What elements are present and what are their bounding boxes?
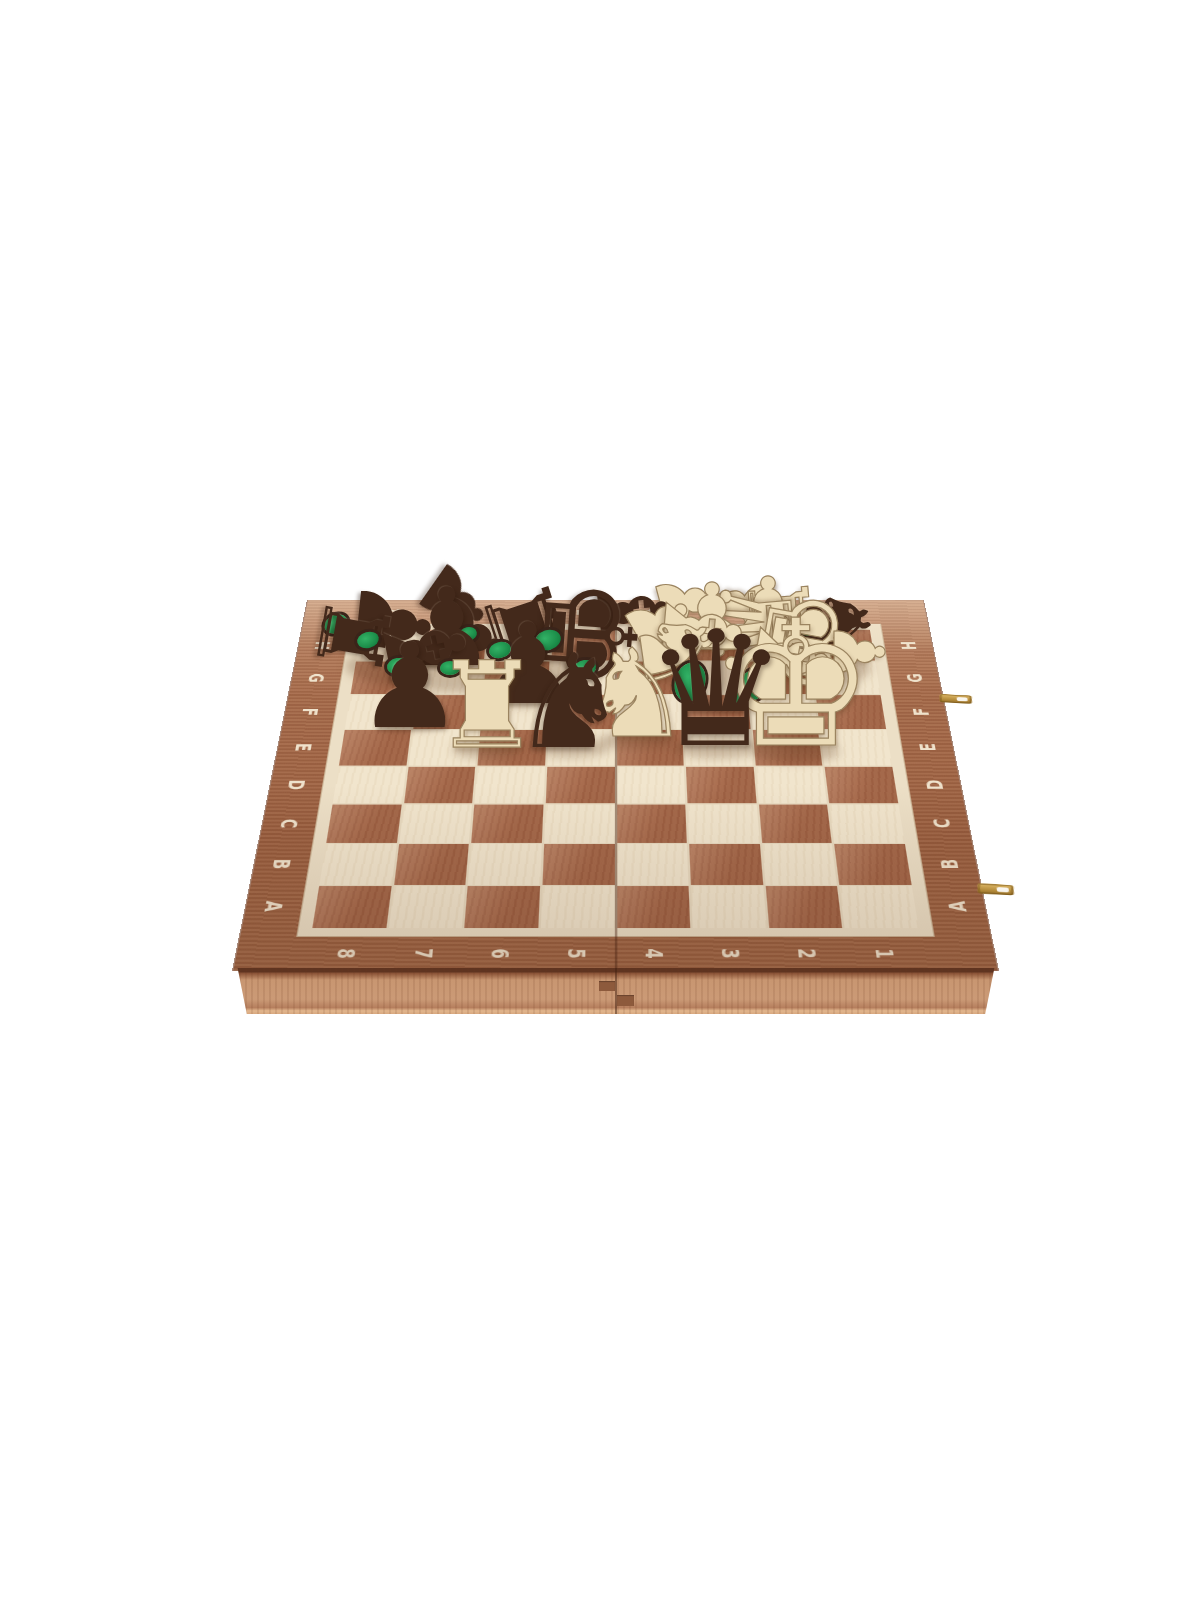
square-c3[interactable] — [688, 804, 760, 842]
coordinate-cell: 8 — [305, 937, 387, 971]
square-a6[interactable] — [465, 886, 540, 928]
square-b1[interactable] — [835, 844, 912, 884]
coordinate-label: 1 — [871, 948, 897, 958]
coordinate-label: 2 — [795, 948, 821, 958]
coordinate-label: D — [922, 780, 946, 790]
clasp-hole — [957, 697, 968, 701]
square-b8[interactable] — [319, 844, 396, 884]
square-b4[interactable] — [617, 844, 689, 884]
coordinate-label: G — [305, 674, 328, 683]
coordinate-label: F — [909, 708, 932, 716]
coordinate-cell: D — [905, 766, 964, 804]
square-c7[interactable] — [399, 804, 472, 842]
square-a2[interactable] — [765, 886, 842, 928]
coordinate-label: 7 — [411, 948, 437, 958]
square-b5[interactable] — [542, 844, 614, 884]
coordinate-label: 8 — [333, 948, 359, 958]
coordinate-label: B — [269, 859, 294, 869]
coordinate-cell: 2 — [768, 937, 848, 971]
finger-joint — [599, 981, 615, 991]
clasp-hole — [997, 887, 1009, 892]
square-c6[interactable] — [471, 804, 543, 842]
coordinate-cell: E — [899, 730, 956, 766]
coordinate-cell: C — [912, 804, 972, 844]
coordinate-label: C — [929, 819, 954, 828]
square-c4[interactable] — [617, 804, 687, 842]
square-c2[interactable] — [759, 804, 832, 842]
coordinate-cell: B — [919, 843, 981, 884]
coordinate-cell: A — [242, 885, 305, 928]
coordinate-label: H — [897, 641, 919, 650]
square-c1[interactable] — [830, 804, 905, 842]
coordinate-label: 4 — [642, 948, 667, 958]
coordinate-cell: 6 — [460, 937, 539, 971]
coordinate-label: A — [261, 901, 287, 912]
coordinate-label: A — [944, 901, 970, 912]
coordinate-cell: 7 — [383, 937, 463, 971]
square-a8[interactable] — [312, 886, 391, 928]
coordinate-cell: 4 — [616, 937, 694, 971]
square-d8[interactable] — [333, 766, 406, 803]
board-front-side-panel — [233, 968, 999, 1014]
square-b6[interactable] — [468, 844, 542, 884]
brass-clasp — [940, 694, 972, 704]
brass-clasp — [978, 883, 1014, 895]
coordinate-label: C — [277, 819, 302, 828]
coordinate-cell: 3 — [692, 937, 771, 971]
square-c5[interactable] — [544, 804, 614, 842]
square-a3[interactable] — [691, 886, 766, 928]
square-a4[interactable] — [617, 886, 691, 928]
coordinate-label: B — [937, 859, 962, 869]
coordinate-cell: B — [251, 843, 313, 884]
square-b2[interactable] — [762, 844, 837, 884]
coordinate-cell: E — [275, 730, 332, 766]
coordinate-label: 5 — [565, 948, 590, 958]
coordinate-label: 3 — [718, 948, 743, 958]
square-a7[interactable] — [388, 886, 465, 928]
square-a5[interactable] — [541, 886, 615, 928]
coordinate-label: G — [903, 674, 926, 683]
chess-piece-light-rook-standing[interactable]: ♜ — [433, 646, 541, 766]
coordinate-label: 6 — [488, 948, 513, 958]
square-b7[interactable] — [394, 844, 469, 884]
coordinate-label: D — [284, 780, 308, 790]
coordinate-label: E — [916, 744, 939, 752]
square-b3[interactable] — [689, 844, 763, 884]
product-photo-chess-set: 87654321 HGFEDCBA HGFEDCBA 87654321 ♟♟♟♞… — [0, 0, 1200, 1600]
coordinate-cell: D — [267, 766, 326, 804]
chess-piece-dark-queen-standing[interactable]: ♛ — [644, 610, 787, 770]
coordinate-label: F — [299, 708, 322, 716]
coordinate-label: E — [292, 744, 315, 752]
coordinate-cell: F — [282, 695, 338, 730]
side-fold-seam — [615, 968, 617, 1014]
coordinate-cell: C — [259, 804, 319, 844]
coordinate-cell: 1 — [844, 937, 926, 971]
square-c8[interactable] — [326, 804, 401, 842]
square-a1[interactable] — [840, 886, 919, 928]
coordinate-cell: 5 — [538, 937, 616, 971]
finger-joint — [617, 995, 634, 1006]
